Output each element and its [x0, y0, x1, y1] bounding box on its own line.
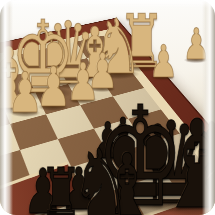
chess-set-product-photo[interactable]: ♝♚♛♝♞♜♟♟♟♟♟♟♟♜♟♞♝♟♟♚♛♝♟♞ — [0, 0, 215, 215]
piece-white-pawn-f2[interactable]: ♟ — [5, 65, 45, 121]
piece-black-bishop-c8[interactable]: ♝ — [153, 104, 215, 215]
piece-white-pawn-a2[interactable]: ♟ — [181, 23, 212, 66]
pieces-layer: ♝♚♛♝♞♜♟♟♟♟♟♟♟♜♟♞♝♟♟♚♛♝♟♞ — [0, 0, 215, 215]
piece-black-knight-g8[interactable]: ♞ — [67, 137, 135, 215]
photo-backdrop: ♝♚♛♝♞♜♟♟♟♟♟♟♟♜♟♞♝♟♟♚♛♝♟♞ — [0, 0, 215, 215]
